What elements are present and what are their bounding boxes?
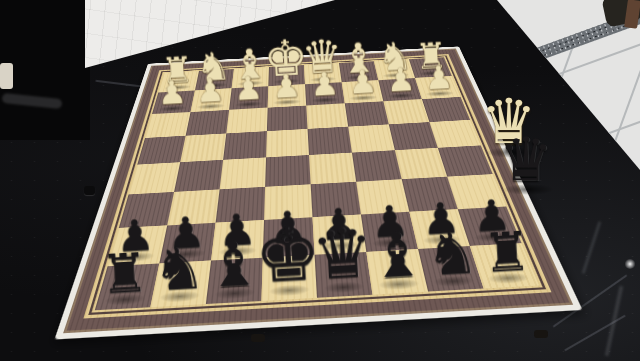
square-e5[interactable] [265, 155, 311, 187]
chair-highlight [2, 93, 63, 109]
square-b2[interactable]: ♟ [378, 78, 421, 101]
white-pawn-h2[interactable]: ♟ [156, 77, 186, 111]
chess-board-tilt-wrapper: ♜♞♝♚♛♝♞♜♟♟♟♟♟♟♟♟♟♟♟♟♟♟♟♟♜♞♝♚♛♝♞♜ [102, 0, 515, 361]
square-d2[interactable]: ♟ [305, 82, 345, 105]
square-a4[interactable] [429, 120, 480, 148]
square-e4[interactable] [266, 129, 309, 158]
square-h3[interactable] [145, 112, 191, 138]
photo-stage: ♜♞♝♚♛♝♞♜♟♟♟♟♟♟♟♟♟♟♟♟♟♟♟♟♜♞♝♚♛♝♞♜ ♛ ♛ [0, 0, 640, 361]
square-g2[interactable]: ♟ [191, 88, 232, 112]
square-h5[interactable] [129, 162, 181, 194]
square-g8[interactable]: ♞ [150, 261, 211, 308]
square-f2[interactable]: ♟ [229, 86, 268, 109]
square-a2[interactable]: ♟ [415, 76, 460, 99]
board-foot [251, 334, 265, 342]
board-clasp [84, 186, 95, 195]
square-h4[interactable] [137, 136, 185, 165]
board-grid: ♜♞♝♚♛♝♞♜♟♟♟♟♟♟♟♟♟♟♟♟♟♟♟♟♜♞♝♚♛♝♞♜ [95, 57, 539, 310]
black-rook-h8[interactable]: ♜ [98, 246, 149, 302]
square-d8[interactable]: ♛ [315, 252, 373, 298]
square-d3[interactable] [306, 103, 348, 129]
square-b3[interactable] [383, 99, 429, 124]
square-g3[interactable] [186, 110, 229, 136]
spare-black-queen[interactable]: ♛ [499, 129, 553, 189]
square-b8[interactable]: ♞ [418, 246, 484, 292]
square-e2[interactable]: ♟ [268, 84, 307, 107]
black-queen-d8[interactable]: ♛ [309, 218, 374, 290]
square-b5[interactable] [395, 148, 447, 179]
square-f3[interactable] [226, 108, 267, 134]
square-e8[interactable]: ♚ [261, 255, 317, 301]
black-rook-a8[interactable]: ♜ [481, 224, 532, 280]
square-c5[interactable] [352, 150, 402, 182]
black-bishop-c8[interactable]: ♝ [368, 223, 426, 287]
white-pawn-a2[interactable]: ♟ [423, 62, 453, 96]
square-a3[interactable] [422, 97, 470, 122]
white-pawn-e2[interactable]: ♟ [271, 70, 301, 104]
square-c4[interactable] [348, 124, 395, 152]
square-d5[interactable] [309, 153, 356, 185]
white-pawn-c2[interactable]: ♟ [347, 66, 377, 100]
black-knight-b8[interactable]: ♞ [424, 222, 480, 283]
square-h8[interactable]: ♜ [95, 263, 160, 310]
square-h2[interactable]: ♟ [152, 90, 195, 114]
dark-chair [0, 0, 90, 140]
board-foot [534, 330, 548, 338]
black-bishop-f8[interactable]: ♝ [204, 232, 262, 296]
white-pawn-b2[interactable]: ♟ [385, 64, 415, 98]
light-reflection-dot [624, 259, 636, 269]
black-knight-g8[interactable]: ♞ [150, 237, 206, 298]
square-c3[interactable] [345, 101, 389, 126]
square-e3[interactable] [267, 105, 308, 131]
white-pawn-g2[interactable]: ♟ [195, 74, 225, 108]
square-c8[interactable]: ♝ [366, 249, 428, 295]
square-c2[interactable]: ♟ [342, 80, 384, 103]
square-g5[interactable] [174, 160, 223, 192]
square-f4[interactable] [223, 131, 267, 160]
square-f5[interactable] [220, 157, 266, 189]
square-g4[interactable] [180, 133, 226, 162]
square-f8[interactable]: ♝ [206, 258, 263, 304]
white-pawn-d2[interactable]: ♟ [309, 68, 339, 102]
square-d4[interactable] [308, 127, 352, 155]
white-pawn-f2[interactable]: ♟ [233, 72, 263, 106]
white-object-left-edge [0, 63, 13, 89]
